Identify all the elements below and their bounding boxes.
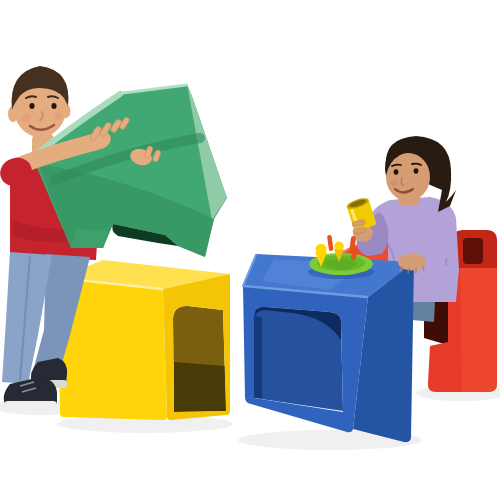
yellow-cube-opening-interior-dark bbox=[174, 362, 226, 412]
boy-right-cheek bbox=[54, 113, 62, 120]
boy-left-cheek bbox=[21, 114, 31, 122]
toy-yellow-ball-2 bbox=[334, 242, 344, 251]
product-photo: Two toddlers playing with four colorful … bbox=[0, 0, 500, 500]
girl-right-eye bbox=[414, 168, 419, 174]
boy-right-eye bbox=[51, 103, 56, 109]
girl-cheek bbox=[390, 180, 398, 186]
green-cube-leg-front bbox=[71, 229, 108, 248]
girl-table-hand bbox=[398, 254, 426, 271]
red-chair-body-highlight bbox=[460, 268, 497, 392]
yellow-cube-chair bbox=[58, 260, 230, 420]
boy-left-eye bbox=[29, 103, 34, 109]
blue-cube-opening-left-strip bbox=[254, 316, 262, 398]
plate-center bbox=[325, 259, 357, 270]
girl-left-eye bbox=[394, 169, 399, 175]
boy-front-shoe-sole bbox=[4, 401, 57, 410]
red-chair-hand-hole bbox=[463, 238, 483, 264]
toy-yellow-ball-1 bbox=[316, 244, 327, 254]
scene-canvas: Two toddlers playing with four colorful … bbox=[0, 0, 500, 500]
